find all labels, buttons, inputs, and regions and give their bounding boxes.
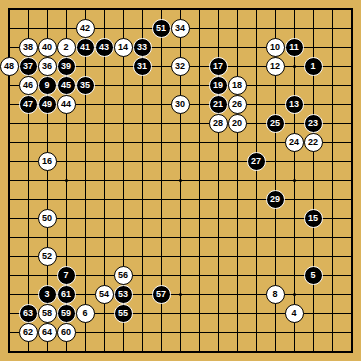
stone-white-36: 36 [38,57,57,76]
stone-white-62: 62 [19,323,38,342]
stone-black-33: 33 [133,38,152,57]
go-board[interactable]: 1234567891011121314151617181920212223242… [0,0,361,361]
stone-white-40: 40 [38,38,57,57]
stone-white-4: 4 [285,304,304,323]
stone-black-37: 37 [19,57,38,76]
stone-white-42: 42 [76,19,95,38]
stone-black-5: 5 [304,266,323,285]
stone-white-12: 12 [266,57,285,76]
stone-black-27: 27 [247,152,266,171]
stone-black-29: 29 [266,190,285,209]
stone-grid: 1234567891011121314151617181920212223242… [0,0,361,361]
stone-black-43: 43 [95,38,114,57]
stone-white-34: 34 [171,19,190,38]
stone-white-10: 10 [266,38,285,57]
stone-white-58: 58 [38,304,57,323]
stone-white-48: 48 [0,57,19,76]
stone-black-45: 45 [57,76,76,95]
stone-black-47: 47 [19,95,38,114]
stone-white-46: 46 [19,76,38,95]
stone-black-59: 59 [57,304,76,323]
stone-white-30: 30 [171,95,190,114]
stone-white-22: 22 [304,133,323,152]
stone-white-14: 14 [114,38,133,57]
stone-black-25: 25 [266,114,285,133]
stone-black-63: 63 [19,304,38,323]
stone-white-52: 52 [38,247,57,266]
stone-black-41: 41 [76,38,95,57]
stone-white-6: 6 [76,304,95,323]
stone-black-51: 51 [152,19,171,38]
stone-black-19: 19 [209,76,228,95]
stone-black-55: 55 [114,304,133,323]
stone-black-35: 35 [76,76,95,95]
stone-white-56: 56 [114,266,133,285]
stone-white-20: 20 [228,114,247,133]
stone-white-38: 38 [19,38,38,57]
stone-black-21: 21 [209,95,228,114]
stone-white-24: 24 [285,133,304,152]
stone-white-64: 64 [38,323,57,342]
stone-black-15: 15 [304,209,323,228]
stone-white-26: 26 [228,95,247,114]
stone-black-7: 7 [57,266,76,285]
stone-black-23: 23 [304,114,323,133]
stone-white-32: 32 [171,57,190,76]
stone-black-53: 53 [114,285,133,304]
stone-white-16: 16 [38,152,57,171]
stone-white-2: 2 [57,38,76,57]
stone-white-8: 8 [266,285,285,304]
stone-white-44: 44 [57,95,76,114]
stone-black-61: 61 [57,285,76,304]
stone-white-18: 18 [228,76,247,95]
stone-black-49: 49 [38,95,57,114]
stone-black-31: 31 [133,57,152,76]
stone-white-54: 54 [95,285,114,304]
stone-white-50: 50 [38,209,57,228]
stone-black-39: 39 [57,57,76,76]
stone-black-1: 1 [304,57,323,76]
stone-black-3: 3 [38,285,57,304]
stone-white-28: 28 [209,114,228,133]
stone-white-60: 60 [57,323,76,342]
stone-black-11: 11 [285,38,304,57]
stone-black-57: 57 [152,285,171,304]
stone-black-9: 9 [38,76,57,95]
stone-black-13: 13 [285,95,304,114]
stone-black-17: 17 [209,57,228,76]
